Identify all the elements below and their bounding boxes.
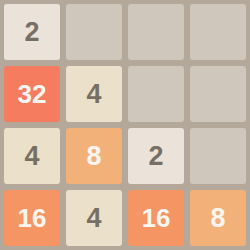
tile-2-r3c3: 2 [128,128,184,184]
tile-2-r1c1: 2 [4,4,60,60]
tile-16-r4c3: 16 [128,190,184,246]
board-2048[interactable]: 2324482164168 [0,0,250,250]
tile-4-r4c2: 4 [66,190,122,246]
empty-cell-r2c3 [128,66,184,122]
empty-cell-r1c2 [66,4,122,60]
tile-16-r4c1: 16 [4,190,60,246]
empty-cell-r3c4 [190,128,246,184]
empty-cell-r1c3 [128,4,184,60]
tile-8-r4c4: 8 [190,190,246,246]
tile-32-r2c1: 32 [4,66,60,122]
empty-cell-r2c4 [190,66,246,122]
tile-4-r2c2: 4 [66,66,122,122]
empty-cell-r1c4 [190,4,246,60]
tile-8-r3c2: 8 [66,128,122,184]
tile-4-r3c1: 4 [4,128,60,184]
